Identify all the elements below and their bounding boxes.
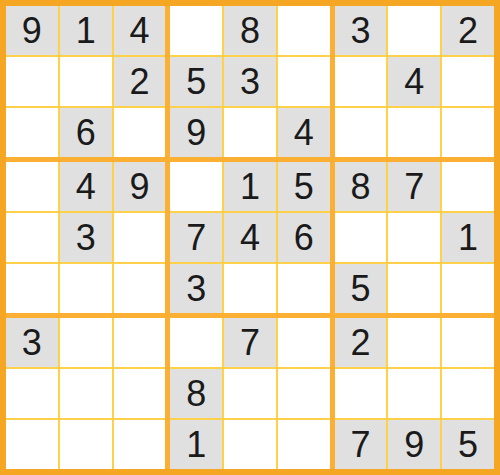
sudoku-cell-r7c1: 3 xyxy=(6,318,58,367)
sudoku-cell-r5c7[interactable] xyxy=(335,213,387,262)
sudoku-cell-r1c2: 1 xyxy=(60,6,112,55)
sudoku-cell-r3c6: 4 xyxy=(278,108,330,157)
sudoku-cell-r4c2: 4 xyxy=(60,162,112,211)
sudoku-cell-r6c4: 3 xyxy=(170,264,222,313)
sudoku-cell-r5c9: 1 xyxy=(442,213,494,262)
sudoku-cell-r9c2[interactable] xyxy=(60,420,112,469)
sudoku-cell-r6c5[interactable] xyxy=(224,264,276,313)
sudoku-cell-r3c8[interactable] xyxy=(388,108,440,157)
sudoku-cell-r5c5: 4 xyxy=(224,213,276,262)
sudoku-cell-r1c7: 3 xyxy=(335,6,387,55)
sudoku-cell-r3c1[interactable] xyxy=(6,108,58,157)
sudoku-cell-r9c5[interactable] xyxy=(224,420,276,469)
sudoku-cell-r9c6[interactable] xyxy=(278,420,330,469)
sudoku-cell-r2c3: 2 xyxy=(114,57,166,106)
sudoku-cell-r9c4: 1 xyxy=(170,420,222,469)
sudoku-cell-r7c6[interactable] xyxy=(278,318,330,367)
sudoku-cell-r7c2[interactable] xyxy=(60,318,112,367)
sudoku-cell-r1c1: 9 xyxy=(6,6,58,55)
sudoku-cell-r7c5: 7 xyxy=(224,318,276,367)
sudoku-cell-r2c5: 3 xyxy=(224,57,276,106)
sudoku-cell-r6c3[interactable] xyxy=(114,264,166,313)
sudoku-box-7: 3 xyxy=(6,318,165,469)
sudoku-cell-r7c8[interactable] xyxy=(388,318,440,367)
sudoku-cell-r3c7[interactable] xyxy=(335,108,387,157)
sudoku-cell-r9c3[interactable] xyxy=(114,420,166,469)
sudoku-cell-r9c9: 5 xyxy=(442,420,494,469)
sudoku-cell-r5c8[interactable] xyxy=(388,213,440,262)
sudoku-cell-r7c9[interactable] xyxy=(442,318,494,367)
sudoku-cell-r8c4: 8 xyxy=(170,369,222,418)
sudoku-cell-r6c7: 5 xyxy=(335,264,387,313)
sudoku-cell-r5c1[interactable] xyxy=(6,213,58,262)
sudoku-cell-r3c2: 6 xyxy=(60,108,112,157)
sudoku-box-1: 91426 xyxy=(6,6,165,157)
sudoku-cell-r4c1[interactable] xyxy=(6,162,58,211)
sudoku-cell-r6c1[interactable] xyxy=(6,264,58,313)
sudoku-cell-r3c9[interactable] xyxy=(442,108,494,157)
sudoku-cell-r1c6[interactable] xyxy=(278,6,330,55)
sudoku-cell-r8c5[interactable] xyxy=(224,369,276,418)
sudoku-cell-r2c9[interactable] xyxy=(442,57,494,106)
sudoku-box-4: 493 xyxy=(6,162,165,313)
sudoku-box-6: 8715 xyxy=(335,162,494,313)
sudoku-cell-r1c8[interactable] xyxy=(388,6,440,55)
sudoku-cell-r5c3[interactable] xyxy=(114,213,166,262)
sudoku-cell-r4c9[interactable] xyxy=(442,162,494,211)
sudoku-cell-r2c8: 4 xyxy=(388,57,440,106)
sudoku-cell-r5c2: 3 xyxy=(60,213,112,262)
sudoku-cell-r2c1[interactable] xyxy=(6,57,58,106)
sudoku-cell-r3c4: 9 xyxy=(170,108,222,157)
sudoku-cell-r6c6[interactable] xyxy=(278,264,330,313)
sudoku-box-9: 2795 xyxy=(335,318,494,469)
sudoku-cell-r2c4: 5 xyxy=(170,57,222,106)
sudoku-cell-r2c7[interactable] xyxy=(335,57,387,106)
sudoku-cell-r3c5[interactable] xyxy=(224,108,276,157)
sudoku-cell-r8c8[interactable] xyxy=(388,369,440,418)
sudoku-box-2: 85394 xyxy=(170,6,329,157)
sudoku-cell-r9c1[interactable] xyxy=(6,420,58,469)
sudoku-cell-r7c4[interactable] xyxy=(170,318,222,367)
sudoku-box-8: 781 xyxy=(170,318,329,469)
sudoku-cell-r8c1[interactable] xyxy=(6,369,58,418)
sudoku-cell-r4c4[interactable] xyxy=(170,162,222,211)
sudoku-cell-r9c8: 9 xyxy=(388,420,440,469)
sudoku-cell-r4c5: 1 xyxy=(224,162,276,211)
sudoku-cell-r3c3[interactable] xyxy=(114,108,166,157)
sudoku-cell-r4c8: 7 xyxy=(388,162,440,211)
sudoku-box-3: 324 xyxy=(335,6,494,157)
sudoku-cell-r7c7: 2 xyxy=(335,318,387,367)
sudoku-cell-r8c7[interactable] xyxy=(335,369,387,418)
sudoku-cell-r8c2[interactable] xyxy=(60,369,112,418)
sudoku-cell-r8c9[interactable] xyxy=(442,369,494,418)
sudoku-cell-r1c5: 8 xyxy=(224,6,276,55)
sudoku-board: 91426 85394 324 493 157463 8715 3 781 27… xyxy=(0,0,500,475)
sudoku-cell-r6c9[interactable] xyxy=(442,264,494,313)
sudoku-cell-r4c3: 9 xyxy=(114,162,166,211)
sudoku-cell-r2c6[interactable] xyxy=(278,57,330,106)
sudoku-cell-r5c6: 6 xyxy=(278,213,330,262)
sudoku-cell-r4c6: 5 xyxy=(278,162,330,211)
sudoku-cell-r6c2[interactable] xyxy=(60,264,112,313)
sudoku-cell-r8c6[interactable] xyxy=(278,369,330,418)
sudoku-cell-r5c4: 7 xyxy=(170,213,222,262)
sudoku-box-5: 157463 xyxy=(170,162,329,313)
sudoku-cell-r6c8[interactable] xyxy=(388,264,440,313)
sudoku-cell-r7c3[interactable] xyxy=(114,318,166,367)
sudoku-cell-r1c3: 4 xyxy=(114,6,166,55)
sudoku-cell-r1c4[interactable] xyxy=(170,6,222,55)
sudoku-cell-r1c9: 2 xyxy=(442,6,494,55)
sudoku-cell-r2c2[interactable] xyxy=(60,57,112,106)
sudoku-cell-r8c3[interactable] xyxy=(114,369,166,418)
sudoku-cell-r4c7: 8 xyxy=(335,162,387,211)
sudoku-cell-r9c7: 7 xyxy=(335,420,387,469)
